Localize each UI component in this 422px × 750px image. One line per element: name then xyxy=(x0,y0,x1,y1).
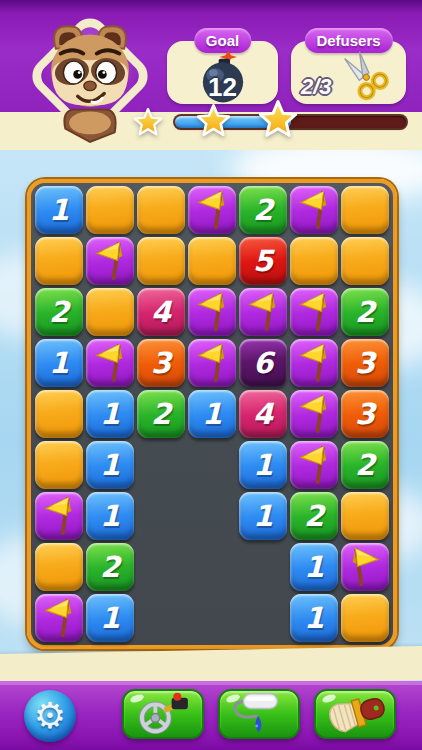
flag-icon xyxy=(295,392,333,436)
number-cell-r8c6[interactable]: 1 xyxy=(290,543,338,591)
empty-cell-r8c5 xyxy=(239,543,287,591)
empty-cell-r9c5 xyxy=(239,594,287,642)
number-cell-r5c7[interactable]: 3 xyxy=(341,390,389,438)
defusers-value: 2/3 xyxy=(301,74,332,100)
footer-bar: ⚙ xyxy=(0,681,422,750)
flag-icon xyxy=(40,596,78,640)
number-cell-r7c2[interactable]: 1 xyxy=(86,492,134,540)
paint-roller-icon xyxy=(229,691,289,737)
flag-icon xyxy=(346,545,384,589)
raccoon-avatar xyxy=(33,16,147,150)
flag-cell-r1c4[interactable] xyxy=(188,186,236,234)
empty-cell-r8c4 xyxy=(188,543,236,591)
gear-icon: ⚙ xyxy=(34,698,66,734)
star-icon-3 xyxy=(258,99,298,139)
defusers-panel: Defusers 2/3 xyxy=(291,41,406,104)
number-cell-r1c1[interactable]: 1 xyxy=(35,186,83,234)
star-icon-2 xyxy=(196,103,231,138)
empty-cell-r8c3 xyxy=(137,543,185,591)
flag-icon xyxy=(244,290,282,334)
closed-cell-r1c7[interactable] xyxy=(341,186,389,234)
flag-cell-r9c1[interactable] xyxy=(35,594,83,642)
closed-cell-r5c1[interactable] xyxy=(35,390,83,438)
number-cell-r7c5[interactable]: 1 xyxy=(239,492,287,540)
flag-icon xyxy=(193,290,231,334)
number-cell-r9c6[interactable]: 1 xyxy=(290,594,338,642)
flag-cell-r5c6[interactable] xyxy=(290,390,338,438)
flag-cell-r3c5[interactable] xyxy=(239,288,287,336)
closed-cell-r2c6[interactable] xyxy=(290,237,338,285)
flag-cell-r2c2[interactable] xyxy=(86,237,134,285)
flag-cell-r4c6[interactable] xyxy=(290,339,338,387)
star-icon-1 xyxy=(133,107,163,137)
flag-icon xyxy=(91,341,129,385)
flag-icon xyxy=(40,494,78,538)
paint-brush-icon xyxy=(324,691,386,737)
number-cell-r4c7[interactable]: 3 xyxy=(341,339,389,387)
paint-roller-button[interactable] xyxy=(218,689,300,739)
number-cell-r4c5[interactable]: 6 xyxy=(239,339,287,387)
number-cell-r8c2[interactable]: 2 xyxy=(86,543,134,591)
closed-cell-r1c3[interactable] xyxy=(137,186,185,234)
flag-cell-r3c6[interactable] xyxy=(290,288,338,336)
number-cell-r1c5[interactable]: 2 xyxy=(239,186,287,234)
number-cell-r5c3[interactable]: 2 xyxy=(137,390,185,438)
flag-cell-r7c1[interactable] xyxy=(35,492,83,540)
flag-cell-r8c7[interactable] xyxy=(341,543,389,591)
scissors-icon xyxy=(332,49,398,105)
flag-cell-r1c6[interactable] xyxy=(290,186,338,234)
empty-cell-r7c4 xyxy=(188,492,236,540)
flag-icon xyxy=(91,239,129,283)
number-cell-r3c7[interactable]: 2 xyxy=(341,288,389,336)
number-cell-r3c3[interactable]: 4 xyxy=(137,288,185,336)
goal-panel: Goal 12 xyxy=(167,41,278,104)
game-screen: Goal 12 Defusers 2/3 xyxy=(0,0,422,750)
defuser-wheel-button[interactable] xyxy=(122,689,204,739)
board-grid: 1 2 524 21 3 6 xyxy=(35,186,389,642)
flag-icon xyxy=(193,341,231,385)
closed-cell-r1c2[interactable] xyxy=(86,186,134,234)
number-cell-r6c2[interactable]: 1 xyxy=(86,441,134,489)
empty-cell-r6c3 xyxy=(137,441,185,489)
number-cell-r6c7[interactable]: 2 xyxy=(341,441,389,489)
number-cell-r3c1[interactable]: 2 xyxy=(35,288,83,336)
number-cell-r7c6[interactable]: 2 xyxy=(290,492,338,540)
flag-cell-r4c2[interactable] xyxy=(86,339,134,387)
paint-brush-button[interactable] xyxy=(314,689,396,739)
closed-cell-r9c7[interactable] xyxy=(341,594,389,642)
empty-cell-r9c4 xyxy=(188,594,236,642)
closed-cell-r3c2[interactable] xyxy=(86,288,134,336)
number-cell-r5c5[interactable]: 4 xyxy=(239,390,287,438)
flag-icon xyxy=(193,188,231,232)
flag-icon xyxy=(295,188,333,232)
flag-icon xyxy=(295,341,333,385)
number-cell-r4c1[interactable]: 1 xyxy=(35,339,83,387)
number-cell-r9c2[interactable]: 1 xyxy=(86,594,134,642)
empty-cell-r7c3 xyxy=(137,492,185,540)
empty-cell-r6c4 xyxy=(188,441,236,489)
closed-cell-r2c4[interactable] xyxy=(188,237,236,285)
flag-cell-r6c6[interactable] xyxy=(290,441,338,489)
defuser-wheel-icon xyxy=(132,692,194,736)
number-cell-r5c4[interactable]: 1 xyxy=(188,390,236,438)
closed-cell-r7c7[interactable] xyxy=(341,492,389,540)
number-cell-r6c5[interactable]: 1 xyxy=(239,441,287,489)
flag-icon xyxy=(295,443,333,487)
closed-cell-r6c1[interactable] xyxy=(35,441,83,489)
closed-cell-r8c1[interactable] xyxy=(35,543,83,591)
number-cell-r4c3[interactable]: 3 xyxy=(137,339,185,387)
flag-cell-r3c4[interactable] xyxy=(188,288,236,336)
empty-cell-r9c3 xyxy=(137,594,185,642)
settings-button[interactable]: ⚙ xyxy=(24,690,76,742)
closed-cell-r2c1[interactable] xyxy=(35,237,83,285)
closed-cell-r2c3[interactable] xyxy=(137,237,185,285)
number-cell-r5c2[interactable]: 1 xyxy=(86,390,134,438)
closed-cell-r2c7[interactable] xyxy=(341,237,389,285)
number-cell-r2c5[interactable]: 5 xyxy=(239,237,287,285)
flag-icon xyxy=(295,290,333,334)
board: 1 2 524 21 3 6 xyxy=(27,179,397,649)
flag-cell-r4c4[interactable] xyxy=(188,339,236,387)
